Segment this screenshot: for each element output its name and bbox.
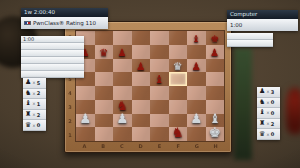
computer-name: Computer bbox=[227, 10, 298, 19]
square-c6[interactable] bbox=[113, 59, 132, 73]
square-e6[interactable] bbox=[150, 59, 169, 73]
bishop-icon: ♝ bbox=[25, 100, 31, 107]
captured-right-knight: ♞×0 bbox=[257, 98, 280, 109]
square-f6[interactable]: ♛ bbox=[169, 59, 188, 73]
pawn-icon: ♟ bbox=[259, 88, 265, 95]
square-c8[interactable] bbox=[113, 31, 132, 45]
piece-glass-bishop-h2[interactable]: ♝ bbox=[206, 113, 225, 126]
info-row-2 bbox=[227, 40, 273, 47]
blurred-table-edge bbox=[234, 48, 252, 160]
piece-red-pawn-d6[interactable]: ♟ bbox=[132, 60, 151, 70]
blurred-red-piece bbox=[286, 88, 300, 134]
captured-count: 0 bbox=[271, 110, 274, 116]
square-a4[interactable] bbox=[76, 86, 95, 100]
piece-red-pawn-g6[interactable]: ♟ bbox=[187, 60, 206, 70]
captured-count: 0 bbox=[271, 99, 274, 105]
square-f2[interactable] bbox=[169, 114, 188, 128]
captured-tray-left: ♟×5♞×2♝×1♜×2♛×0 bbox=[23, 78, 46, 131]
captured-count: 0 bbox=[271, 131, 274, 137]
piece-glass-pawn-c2[interactable]: ♟ bbox=[113, 113, 132, 126]
square-b7[interactable]: ♛ bbox=[95, 45, 114, 59]
rook-icon: ♜ bbox=[259, 120, 265, 127]
info-row-1 bbox=[227, 33, 273, 40]
square-h6[interactable] bbox=[206, 59, 225, 73]
file-label-g: G bbox=[188, 142, 207, 151]
square-f4[interactable] bbox=[169, 86, 188, 100]
square-d3[interactable] bbox=[132, 100, 151, 114]
square-e1[interactable] bbox=[150, 127, 169, 141]
rank-label-2: 2 bbox=[66, 114, 74, 128]
piece-glass-king-h1[interactable]: ♚ bbox=[206, 126, 225, 140]
captured-right-pawn: ♟×3 bbox=[257, 87, 280, 98]
rook-icon: ♜ bbox=[25, 111, 31, 118]
chess-board: 87654321 ♝♚♟♛♟♟♟♛♟♝♞♟♟♟♝♞♚ ABCDEFGH bbox=[64, 21, 232, 153]
square-f3[interactable] bbox=[169, 100, 188, 114]
square-h2[interactable]: ♝ bbox=[206, 114, 225, 128]
square-g4[interactable] bbox=[187, 86, 206, 100]
square-e2[interactable] bbox=[150, 114, 169, 128]
captured-right-bishop: ♝×0 bbox=[257, 108, 280, 119]
computer-clock-row: 1:00 bbox=[227, 19, 298, 31]
square-c3[interactable]: ♞ bbox=[113, 100, 132, 114]
square-h3[interactable] bbox=[206, 100, 225, 114]
piece-red-knight-f1[interactable]: ♞ bbox=[169, 126, 188, 140]
square-e8[interactable] bbox=[150, 31, 169, 45]
piece-red-queen-b7[interactable]: ♛ bbox=[95, 47, 114, 57]
square-a3[interactable] bbox=[76, 100, 95, 114]
game-screen: 87654321 ♝♚♟♛♟♟♟♛♟♝♞♟♟♟♝♞♚ ABCDEFGH 1w 2… bbox=[0, 0, 300, 168]
square-d2[interactable] bbox=[132, 114, 151, 128]
file-labels: ABCDEFGH bbox=[75, 142, 225, 151]
captured-count: 2 bbox=[37, 112, 40, 118]
piece-glass-queen-f6[interactable]: ♛ bbox=[169, 60, 188, 70]
move-list-panel: 1:00 bbox=[21, 36, 84, 78]
captured-count: 0 bbox=[37, 122, 40, 128]
square-d1[interactable] bbox=[132, 127, 151, 141]
square-b8[interactable] bbox=[95, 31, 114, 45]
piece-red-king-h8[interactable]: ♚ bbox=[206, 34, 225, 44]
piece-red-pawn-h7[interactable]: ♟ bbox=[206, 47, 225, 57]
piece-red-knight-c3[interactable]: ♞ bbox=[113, 100, 132, 113]
square-h8[interactable]: ♚ bbox=[206, 31, 225, 45]
square-e7[interactable] bbox=[150, 45, 169, 59]
square-b2[interactable] bbox=[95, 114, 114, 128]
captured-count: 2 bbox=[37, 90, 40, 96]
square-f5[interactable] bbox=[169, 72, 188, 86]
square-g5[interactable] bbox=[187, 72, 206, 86]
captured-right-rook: ♜×2 bbox=[257, 119, 280, 130]
square-d8[interactable] bbox=[132, 31, 151, 45]
knight-icon: ♞ bbox=[259, 99, 265, 106]
player-plate-left: 1w 2:00:40 PwnClass® Rating 110 bbox=[21, 8, 108, 29]
move-row-2 bbox=[21, 43, 84, 50]
square-e5[interactable]: ♝ bbox=[150, 72, 169, 86]
square-d4[interactable] bbox=[132, 86, 151, 100]
knight-icon: ♞ bbox=[25, 90, 31, 97]
captured-left-queen: ♛×0 bbox=[23, 120, 46, 131]
captured-tray-right: ♟×3♞×0♝×0♜×2♛×0 bbox=[257, 87, 280, 140]
computer-clock: 1:00 bbox=[230, 19, 242, 31]
player-name-row: PwnClass® Rating 110 bbox=[21, 17, 108, 29]
flag-icon bbox=[24, 21, 31, 25]
square-d5[interactable] bbox=[132, 72, 151, 86]
square-h1[interactable]: ♚ bbox=[206, 127, 225, 141]
file-label-h: H bbox=[206, 142, 225, 151]
right-info-panel bbox=[227, 33, 273, 47]
queen-icon: ♛ bbox=[259, 131, 265, 138]
square-b6[interactable] bbox=[95, 59, 114, 73]
move-row-1: 1:00 bbox=[21, 36, 84, 43]
piece-red-bishop-g8[interactable]: ♝ bbox=[187, 34, 206, 44]
square-c2[interactable]: ♟ bbox=[113, 114, 132, 128]
square-g8[interactable]: ♝ bbox=[187, 31, 206, 45]
square-d6[interactable]: ♟ bbox=[132, 59, 151, 73]
captured-left-bishop: ♝×1 bbox=[23, 99, 46, 110]
captured-left-pawn: ♟×5 bbox=[23, 78, 46, 89]
file-label-c: C bbox=[113, 142, 132, 151]
square-c1[interactable] bbox=[113, 127, 132, 141]
square-c5[interactable] bbox=[113, 72, 132, 86]
piece-red-pawn-c7[interactable]: ♟ bbox=[113, 47, 132, 57]
captured-count: 2 bbox=[271, 121, 274, 127]
player-plate-right: Computer 1:00 bbox=[227, 10, 298, 31]
board-squares: ♝♚♟♛♟♟♟♛♟♝♞♟♟♟♝♞♚ bbox=[75, 30, 225, 142]
square-g6[interactable]: ♟ bbox=[187, 59, 206, 73]
square-h4[interactable] bbox=[206, 86, 225, 100]
move-row-6 bbox=[21, 71, 84, 78]
piece-red-bishop-e5[interactable]: ♝ bbox=[150, 74, 169, 85]
square-h5[interactable] bbox=[206, 72, 225, 86]
square-c4[interactable] bbox=[113, 86, 132, 100]
square-b4[interactable] bbox=[95, 86, 114, 100]
captured-left-knight: ♞×2 bbox=[23, 89, 46, 100]
square-b5[interactable] bbox=[95, 72, 114, 86]
captured-count: 5 bbox=[37, 80, 40, 86]
pawn-icon: ♟ bbox=[25, 79, 31, 86]
square-e3[interactable] bbox=[150, 100, 169, 114]
square-g3[interactable] bbox=[187, 100, 206, 114]
square-e4[interactable] bbox=[150, 86, 169, 100]
square-h7[interactable]: ♟ bbox=[206, 45, 225, 59]
square-f8[interactable] bbox=[169, 31, 188, 45]
file-label-b: B bbox=[94, 142, 113, 151]
queen-icon: ♛ bbox=[25, 122, 31, 129]
move-row-4 bbox=[21, 57, 84, 64]
player-name: PwnClass® Rating 110 bbox=[33, 17, 96, 29]
square-f1[interactable]: ♞ bbox=[169, 127, 188, 141]
file-label-d: D bbox=[131, 142, 150, 151]
square-g1[interactable] bbox=[187, 127, 206, 141]
move-row-3 bbox=[21, 50, 84, 57]
piece-glass-pawn-a2[interactable]: ♟ bbox=[76, 113, 95, 126]
square-a2[interactable]: ♟ bbox=[76, 114, 95, 128]
square-b1[interactable] bbox=[95, 127, 114, 141]
square-a1[interactable] bbox=[76, 127, 95, 141]
rank-label-3: 3 bbox=[66, 100, 74, 114]
square-f7[interactable] bbox=[169, 45, 188, 59]
square-d7[interactable] bbox=[132, 45, 151, 59]
file-label-a: A bbox=[75, 142, 94, 151]
rank-label-4: 4 bbox=[66, 86, 74, 100]
captured-left-rook: ♜×2 bbox=[23, 110, 46, 121]
piece-glass-pawn-g2[interactable]: ♟ bbox=[187, 113, 206, 126]
bishop-icon: ♝ bbox=[259, 109, 265, 116]
square-c7[interactable]: ♟ bbox=[113, 45, 132, 59]
file-label-e: E bbox=[150, 142, 169, 151]
rank-label-1: 1 bbox=[66, 128, 74, 142]
square-g7[interactable] bbox=[187, 45, 206, 59]
square-g2[interactable]: ♟ bbox=[187, 114, 206, 128]
player-clock: 1w 2:00:40 bbox=[21, 8, 108, 17]
file-label-f: F bbox=[169, 142, 188, 151]
square-b3[interactable] bbox=[95, 100, 114, 114]
captured-count: 1 bbox=[37, 101, 40, 107]
captured-count: 3 bbox=[271, 89, 274, 95]
captured-right-queen: ♛×0 bbox=[257, 129, 280, 140]
move-row-5 bbox=[21, 64, 84, 71]
